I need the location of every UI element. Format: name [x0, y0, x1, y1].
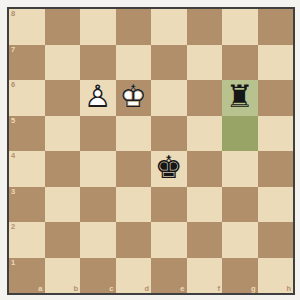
square-e2[interactable] — [151, 222, 187, 258]
square-b6[interactable] — [45, 80, 81, 116]
square-e5[interactable] — [151, 116, 187, 152]
square-e8[interactable] — [151, 9, 187, 45]
file-label-g: g — [251, 285, 256, 293]
square-b5[interactable] — [45, 116, 81, 152]
square-f5[interactable] — [187, 116, 223, 152]
rank-label-2: 2 — [11, 223, 15, 231]
square-h7[interactable] — [258, 45, 294, 81]
file-label-e: e — [180, 285, 184, 293]
square-c2[interactable] — [80, 222, 116, 258]
square-f7[interactable] — [187, 45, 223, 81]
square-e4[interactable]: ♚ — [151, 151, 187, 187]
square-e1[interactable]: e — [151, 258, 187, 294]
rank-label-7: 7 — [11, 46, 15, 54]
rank-label-1: 1 — [11, 259, 15, 267]
black-king-piece[interactable]: ♚ — [151, 151, 187, 187]
rank-label-6: 6 — [11, 81, 15, 89]
square-b3[interactable] — [45, 187, 81, 223]
square-g5[interactable] — [222, 116, 258, 152]
square-h2[interactable] — [258, 222, 294, 258]
square-b8[interactable] — [45, 9, 81, 45]
square-h5[interactable] — [258, 116, 294, 152]
square-b4[interactable] — [45, 151, 81, 187]
square-a5[interactable]: 5 — [9, 116, 45, 152]
square-e3[interactable] — [151, 187, 187, 223]
square-a3[interactable]: 3 — [9, 187, 45, 223]
rank-label-8: 8 — [11, 10, 15, 18]
square-b2[interactable] — [45, 222, 81, 258]
square-h8[interactable] — [258, 9, 294, 45]
square-e6[interactable] — [151, 80, 187, 116]
square-d7[interactable] — [116, 45, 152, 81]
square-b1[interactable]: b — [45, 258, 81, 294]
square-d6[interactable]: ♚♔ — [116, 80, 152, 116]
file-label-d: d — [144, 285, 149, 293]
square-b7[interactable] — [45, 45, 81, 81]
square-a4[interactable]: 4 — [9, 151, 45, 187]
square-a8[interactable]: 8 — [9, 9, 45, 45]
file-label-h: h — [286, 285, 291, 293]
square-c6[interactable]: ♟♙ — [80, 80, 116, 116]
square-d5[interactable] — [116, 116, 152, 152]
square-f4[interactable] — [187, 151, 223, 187]
file-label-b: b — [73, 285, 78, 293]
square-c7[interactable] — [80, 45, 116, 81]
square-g1[interactable]: g — [222, 258, 258, 294]
square-a7[interactable]: 7 — [9, 45, 45, 81]
file-label-f: f — [218, 285, 221, 293]
file-label-c: c — [109, 285, 113, 293]
rank-label-4: 4 — [11, 152, 15, 160]
square-h1[interactable]: h — [258, 258, 294, 294]
square-f2[interactable] — [187, 222, 223, 258]
square-g7[interactable] — [222, 45, 258, 81]
square-f1[interactable]: f — [187, 258, 223, 294]
chess-board: 876♟♙♚♔♜54♚321abcdefgh — [7, 7, 295, 295]
square-g3[interactable] — [222, 187, 258, 223]
square-g2[interactable] — [222, 222, 258, 258]
page-background: 876♟♙♚♔♜54♚321abcdefgh — [0, 0, 300, 300]
square-f3[interactable] — [187, 187, 223, 223]
square-d4[interactable] — [116, 151, 152, 187]
square-c1[interactable]: c — [80, 258, 116, 294]
file-label-a: a — [38, 285, 42, 293]
rank-label-5: 5 — [11, 117, 15, 125]
square-d2[interactable] — [116, 222, 152, 258]
square-h3[interactable] — [258, 187, 294, 223]
white-pawn-piece[interactable]: ♟♙ — [80, 80, 116, 116]
square-d1[interactable]: d — [116, 258, 152, 294]
square-c3[interactable] — [80, 187, 116, 223]
square-a6[interactable]: 6 — [9, 80, 45, 116]
square-h4[interactable] — [258, 151, 294, 187]
square-a1[interactable]: 1a — [9, 258, 45, 294]
rank-label-3: 3 — [11, 188, 15, 196]
square-g6[interactable]: ♜ — [222, 80, 258, 116]
square-c4[interactable] — [80, 151, 116, 187]
black-rook-piece[interactable]: ♜ — [222, 80, 258, 116]
square-d8[interactable] — [116, 9, 152, 45]
square-d3[interactable] — [116, 187, 152, 223]
white-king-piece[interactable]: ♚♔ — [116, 80, 152, 116]
square-f6[interactable] — [187, 80, 223, 116]
square-c5[interactable] — [80, 116, 116, 152]
square-c8[interactable] — [80, 9, 116, 45]
square-f8[interactable] — [187, 9, 223, 45]
square-h6[interactable] — [258, 80, 294, 116]
square-g8[interactable] — [222, 9, 258, 45]
square-e7[interactable] — [151, 45, 187, 81]
square-a2[interactable]: 2 — [9, 222, 45, 258]
square-g4[interactable] — [222, 151, 258, 187]
